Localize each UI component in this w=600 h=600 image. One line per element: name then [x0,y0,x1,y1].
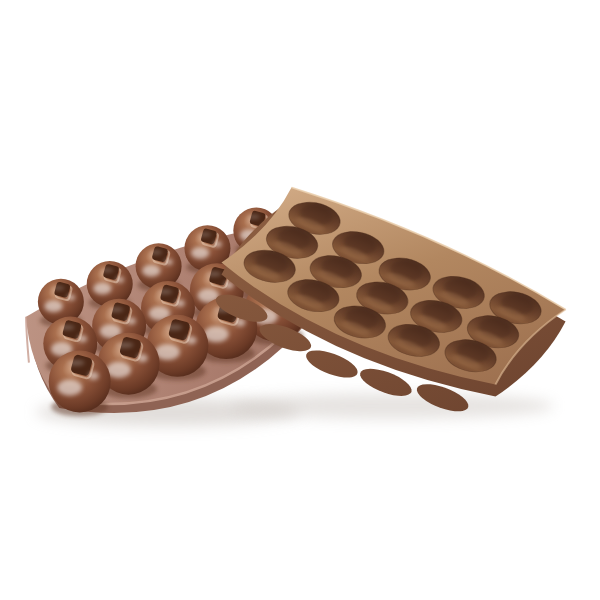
specular-highlight [57,380,82,396]
specular-highlight-small [88,372,99,380]
right-mold-shadow [230,393,554,419]
chocolate-molds-photo [0,0,600,600]
specular-top-sheen [165,324,182,330]
specular-top-sheen [198,232,211,237]
specular-highlight [44,300,62,312]
specular-top-sheen [149,250,162,255]
specular-top-sheen [67,360,84,366]
specular-top-sheen [101,268,114,273]
specular-top-sheen [116,342,133,348]
specular-highlight [93,283,111,295]
specular-highlight-small [214,241,222,247]
specular-highlight-small [176,300,185,307]
specular-top-sheen [206,271,221,276]
specular-highlight-small [127,317,136,324]
specular-top-sheen [157,289,172,294]
specular-highlight-small [137,354,148,362]
specular-top-sheen [247,214,260,219]
specular-highlight-small [186,336,197,344]
specular-highlight-small [116,277,124,283]
specular-highlight [142,265,160,277]
specular-highlight-small [78,335,87,342]
product-photo-stage [0,0,600,600]
specular-top-sheen [59,325,74,330]
specular-top-sheen [108,307,123,312]
specular-top-sheen [52,286,65,291]
specular-highlight-small [165,259,173,265]
specular-highlight [191,247,209,259]
specular-highlight-small [67,295,75,301]
